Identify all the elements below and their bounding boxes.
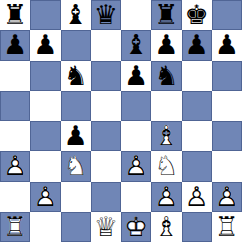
piece-black-pawn[interactable]: ♟ (61, 121, 91, 151)
piece-black-pawn[interactable]: ♟ (121, 61, 151, 91)
square-a7[interactable]: ♟ (0, 30, 30, 60)
white-knight-icon: ♘ (151, 151, 181, 181)
black-pawn-icon: ♟ (30, 30, 60, 60)
square-c7[interactable] (61, 30, 91, 60)
square-g4[interactable] (182, 121, 212, 151)
piece-black-rook[interactable]: ♜ (0, 0, 30, 30)
piece-white-knight[interactable]: ♞♘ (61, 151, 91, 181)
square-c4[interactable]: ♟ (61, 121, 91, 151)
piece-white-rook[interactable]: ♜♖ (212, 212, 242, 242)
square-h8[interactable] (212, 0, 242, 30)
piece-black-pawn[interactable]: ♟ (0, 30, 30, 60)
square-f3[interactable]: ♞♘ (151, 151, 181, 181)
square-e4[interactable] (121, 121, 151, 151)
square-f6[interactable]: ♞ (151, 61, 181, 91)
square-h7[interactable]: ♟ (212, 30, 242, 60)
square-d8[interactable]: ♛ (91, 0, 121, 30)
piece-black-pawn[interactable]: ♟ (212, 30, 242, 60)
piece-black-pawn[interactable]: ♟ (182, 30, 212, 60)
black-pawn-icon: ♟ (121, 61, 151, 91)
square-g1[interactable] (182, 212, 212, 242)
white-pawn-icon: ♙ (212, 182, 242, 212)
square-a2[interactable] (0, 182, 30, 212)
piece-black-queen[interactable]: ♛ (91, 0, 121, 30)
piece-white-bishop[interactable]: ♝♗ (151, 212, 181, 242)
square-h2[interactable]: ♟♙ (212, 182, 242, 212)
white-rook-icon: ♖ (0, 212, 30, 242)
square-c1[interactable] (61, 212, 91, 242)
black-bishop-icon: ♝ (61, 0, 91, 30)
square-h1[interactable]: ♜♖ (212, 212, 242, 242)
square-e1[interactable]: ♚♔ (121, 212, 151, 242)
piece-white-rook[interactable]: ♜♖ (0, 212, 30, 242)
square-g8[interactable]: ♚ (182, 0, 212, 30)
square-c8[interactable]: ♝ (61, 0, 91, 30)
square-b6[interactable] (30, 61, 60, 91)
square-a3[interactable]: ♟♙ (0, 151, 30, 181)
white-pawn-icon: ♙ (151, 182, 181, 212)
piece-black-bishop[interactable]: ♝ (61, 0, 91, 30)
white-pawn-icon: ♙ (182, 182, 212, 212)
black-queen-icon: ♛ (91, 0, 121, 30)
black-rook-icon: ♜ (0, 0, 30, 30)
square-h4[interactable] (212, 121, 242, 151)
square-e5[interactable] (121, 91, 151, 121)
square-d7[interactable] (91, 30, 121, 60)
piece-white-pawn[interactable]: ♟♙ (30, 182, 60, 212)
piece-white-pawn[interactable]: ♟♙ (151, 182, 181, 212)
square-e8[interactable] (121, 0, 151, 30)
square-e7[interactable]: ♝ (121, 30, 151, 60)
piece-black-knight[interactable]: ♞ (151, 61, 181, 91)
piece-black-king[interactable]: ♚ (182, 0, 212, 30)
white-bishop-icon: ♗ (151, 212, 181, 242)
piece-white-knight[interactable]: ♞♘ (151, 151, 181, 181)
square-d4[interactable] (91, 121, 121, 151)
square-a4[interactable] (0, 121, 30, 151)
square-c2[interactable] (61, 182, 91, 212)
square-f8[interactable]: ♜ (151, 0, 181, 30)
square-f2[interactable]: ♟♙ (151, 182, 181, 212)
square-f5[interactable] (151, 91, 181, 121)
white-pawn-icon: ♙ (0, 151, 30, 181)
white-bishop-icon: ♗ (151, 121, 181, 151)
white-pawn-icon: ♙ (121, 151, 151, 181)
square-h6[interactable] (212, 61, 242, 91)
square-b7[interactable]: ♟ (30, 30, 60, 60)
square-b4[interactable] (30, 121, 60, 151)
piece-white-pawn[interactable]: ♟♙ (121, 151, 151, 181)
square-e6[interactable]: ♟ (121, 61, 151, 91)
square-d6[interactable] (91, 61, 121, 91)
piece-black-pawn[interactable]: ♟ (151, 30, 181, 60)
piece-white-queen[interactable]: ♛♕ (91, 212, 121, 242)
white-queen-icon: ♕ (91, 212, 121, 242)
square-g2[interactable]: ♟♙ (182, 182, 212, 212)
black-pawn-icon: ♟ (212, 30, 242, 60)
piece-white-bishop[interactable]: ♝♗ (151, 121, 181, 151)
square-h5[interactable] (212, 91, 242, 121)
square-e2[interactable] (121, 182, 151, 212)
white-knight-icon: ♘ (61, 151, 91, 181)
piece-black-pawn[interactable]: ♟ (30, 30, 60, 60)
square-c5[interactable] (61, 91, 91, 121)
square-e3[interactable]: ♟♙ (121, 151, 151, 181)
square-d2[interactable] (91, 182, 121, 212)
square-g6[interactable] (182, 61, 212, 91)
square-d5[interactable] (91, 91, 121, 121)
square-c6[interactable]: ♞ (61, 61, 91, 91)
square-h3[interactable] (212, 151, 242, 181)
square-g3[interactable] (182, 151, 212, 181)
black-pawn-icon: ♟ (61, 121, 91, 151)
square-f4[interactable]: ♝♗ (151, 121, 181, 151)
white-pawn-icon: ♙ (30, 182, 60, 212)
square-d1[interactable]: ♛♕ (91, 212, 121, 242)
piece-black-bishop[interactable]: ♝ (121, 30, 151, 60)
square-b5[interactable] (30, 91, 60, 121)
black-knight-icon: ♞ (151, 61, 181, 91)
piece-white-pawn[interactable]: ♟♙ (0, 151, 30, 181)
square-f7[interactable]: ♟ (151, 30, 181, 60)
square-g5[interactable] (182, 91, 212, 121)
square-a5[interactable] (0, 91, 30, 121)
black-rook-icon: ♜ (151, 0, 181, 30)
piece-black-rook[interactable]: ♜ (151, 0, 181, 30)
square-g7[interactable]: ♟ (182, 30, 212, 60)
white-king-icon: ♔ (121, 212, 151, 242)
piece-white-king[interactable]: ♚♔ (121, 212, 151, 242)
square-b2[interactable]: ♟♙ (30, 182, 60, 212)
white-rook-icon: ♖ (212, 212, 242, 242)
square-a1[interactable]: ♜♖ (0, 212, 30, 242)
square-b1[interactable] (30, 212, 60, 242)
square-f1[interactable]: ♝♗ (151, 212, 181, 242)
piece-white-pawn[interactable]: ♟♙ (182, 182, 212, 212)
black-pawn-icon: ♟ (151, 30, 181, 60)
square-a8[interactable]: ♜ (0, 0, 30, 30)
piece-white-pawn[interactable]: ♟♙ (212, 182, 242, 212)
black-bishop-icon: ♝ (121, 30, 151, 60)
piece-black-knight[interactable]: ♞ (61, 61, 91, 91)
chess-board: ♜♝♛♜♚♟♟♝♟♟♟♞♟♞♟♝♗♟♙♞♘♟♙♞♘♟♙♟♙♟♙♟♙♜♖♛♕♚♔♝… (0, 0, 242, 242)
square-d3[interactable] (91, 151, 121, 181)
black-pawn-icon: ♟ (0, 30, 30, 60)
square-b3[interactable] (30, 151, 60, 181)
square-c3[interactable]: ♞♘ (61, 151, 91, 181)
square-a6[interactable] (0, 61, 30, 91)
black-pawn-icon: ♟ (182, 30, 212, 60)
black-knight-icon: ♞ (61, 61, 91, 91)
square-b8[interactable] (30, 0, 60, 30)
black-king-icon: ♚ (182, 0, 212, 30)
